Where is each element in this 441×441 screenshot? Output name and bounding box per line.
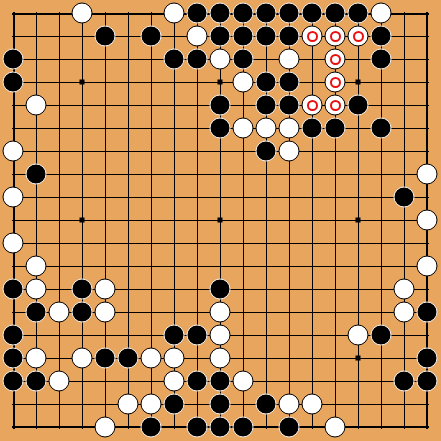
stone-black[interactable] xyxy=(279,95,300,116)
stone-black[interactable] xyxy=(141,26,162,47)
stone-white[interactable] xyxy=(417,256,438,277)
stone-white[interactable] xyxy=(49,371,70,392)
stone-black[interactable] xyxy=(210,26,231,47)
stone-white[interactable] xyxy=(26,95,47,116)
stone-white[interactable] xyxy=(394,279,415,300)
stone-white[interactable] xyxy=(210,325,231,346)
stone-white[interactable] xyxy=(233,72,254,93)
stone-black[interactable] xyxy=(233,26,254,47)
stone-black[interactable] xyxy=(72,302,93,323)
stone-white[interactable] xyxy=(279,394,300,415)
star-point xyxy=(356,218,361,223)
stone-black[interactable] xyxy=(26,164,47,185)
stone-white-circled[interactable] xyxy=(302,95,323,116)
stone-white[interactable] xyxy=(3,141,24,162)
stone-white[interactable] xyxy=(26,279,47,300)
stone-black[interactable] xyxy=(279,26,300,47)
star-point xyxy=(356,80,361,85)
stone-white[interactable] xyxy=(417,164,438,185)
stone-black[interactable] xyxy=(210,279,231,300)
red-circle-mark-icon xyxy=(330,31,341,42)
stone-white[interactable] xyxy=(233,118,254,139)
stone-black[interactable] xyxy=(417,348,438,369)
stone-black[interactable] xyxy=(3,72,24,93)
stone-white-circled[interactable] xyxy=(325,49,346,70)
red-circle-mark-icon xyxy=(330,54,341,65)
stone-black[interactable] xyxy=(187,325,208,346)
stone-black[interactable] xyxy=(187,49,208,70)
grid-line-vertical xyxy=(381,12,382,429)
stone-white[interactable] xyxy=(371,3,392,24)
stone-black[interactable] xyxy=(3,49,24,70)
stone-white-circled[interactable] xyxy=(325,26,346,47)
stone-black[interactable] xyxy=(348,3,369,24)
stone-white[interactable] xyxy=(233,371,254,392)
star-point xyxy=(218,80,223,85)
stone-white[interactable] xyxy=(279,49,300,70)
stone-white[interactable] xyxy=(187,26,208,47)
red-circle-mark-icon xyxy=(330,100,341,111)
stone-black[interactable] xyxy=(210,417,231,438)
stone-white-circled[interactable] xyxy=(325,95,346,116)
stone-black[interactable] xyxy=(302,118,323,139)
stone-white[interactable] xyxy=(279,141,300,162)
stone-white[interactable] xyxy=(95,279,116,300)
stone-black[interactable] xyxy=(348,95,369,116)
stone-white[interactable] xyxy=(26,348,47,369)
stone-white[interactable] xyxy=(210,302,231,323)
stone-black[interactable] xyxy=(26,371,47,392)
stone-black[interactable] xyxy=(3,279,24,300)
stone-black[interactable] xyxy=(141,417,162,438)
stone-black[interactable] xyxy=(394,371,415,392)
stone-white[interactable] xyxy=(26,256,47,277)
grid-line-horizontal xyxy=(12,243,429,244)
stone-black[interactable] xyxy=(417,371,438,392)
stone-black[interactable] xyxy=(164,325,185,346)
stone-white[interactable] xyxy=(3,233,24,254)
go-board[interactable] xyxy=(0,0,441,441)
stone-black[interactable] xyxy=(279,3,300,24)
stone-black[interactable] xyxy=(95,348,116,369)
red-circle-mark-icon xyxy=(307,31,318,42)
stone-black[interactable] xyxy=(325,118,346,139)
stone-white[interactable] xyxy=(49,302,70,323)
stone-black[interactable] xyxy=(187,371,208,392)
stone-black[interactable] xyxy=(95,26,116,47)
stone-white[interactable] xyxy=(141,348,162,369)
stone-black[interactable] xyxy=(256,3,277,24)
stone-white[interactable] xyxy=(164,3,185,24)
stone-black[interactable] xyxy=(371,325,392,346)
stone-black[interactable] xyxy=(187,417,208,438)
stone-black[interactable] xyxy=(233,417,254,438)
star-point xyxy=(80,80,85,85)
stone-black[interactable] xyxy=(3,325,24,346)
stone-black[interactable] xyxy=(164,394,185,415)
stone-white[interactable] xyxy=(417,210,438,231)
stone-black[interactable] xyxy=(3,371,24,392)
stone-black[interactable] xyxy=(210,3,231,24)
stone-black[interactable] xyxy=(26,302,47,323)
stone-black[interactable] xyxy=(187,3,208,24)
stone-black[interactable] xyxy=(210,371,231,392)
stone-white[interactable] xyxy=(72,3,93,24)
stone-black[interactable] xyxy=(210,95,231,116)
red-circle-mark-icon xyxy=(353,31,364,42)
stone-black[interactable] xyxy=(325,3,346,24)
stone-black[interactable] xyxy=(302,3,323,24)
stone-white-circled[interactable] xyxy=(302,26,323,47)
stone-black[interactable] xyxy=(371,49,392,70)
grid-line-horizontal xyxy=(12,266,429,267)
stone-black[interactable] xyxy=(256,95,277,116)
star-point xyxy=(218,218,223,223)
stone-black[interactable] xyxy=(256,72,277,93)
stone-black[interactable] xyxy=(256,26,277,47)
stone-white[interactable] xyxy=(210,49,231,70)
stone-white[interactable] xyxy=(72,348,93,369)
stone-white[interactable] xyxy=(348,325,369,346)
stone-black[interactable] xyxy=(279,72,300,93)
stone-white[interactable] xyxy=(256,118,277,139)
grid-line-vertical xyxy=(312,12,313,429)
stone-black[interactable] xyxy=(233,49,254,70)
stone-white-circled[interactable] xyxy=(325,72,346,93)
stone-white[interactable] xyxy=(3,187,24,208)
stone-white[interactable] xyxy=(325,417,346,438)
stone-black[interactable] xyxy=(164,49,185,70)
stone-white[interactable] xyxy=(302,394,323,415)
grid-line-vertical xyxy=(404,12,405,429)
stone-black[interactable] xyxy=(233,3,254,24)
stone-black[interactable] xyxy=(394,187,415,208)
red-circle-mark-icon xyxy=(330,77,341,88)
stone-white[interactable] xyxy=(95,417,116,438)
stone-white-circled[interactable] xyxy=(348,26,369,47)
stone-white[interactable] xyxy=(210,348,231,369)
stone-black[interactable] xyxy=(371,26,392,47)
stone-black[interactable] xyxy=(118,348,139,369)
stone-black[interactable] xyxy=(256,394,277,415)
go-diagram xyxy=(0,0,441,441)
stone-white[interactable] xyxy=(141,394,162,415)
red-circle-mark-icon xyxy=(307,100,318,111)
stone-black[interactable] xyxy=(3,348,24,369)
stone-white[interactable] xyxy=(164,371,185,392)
stone-white[interactable] xyxy=(394,302,415,323)
stone-black[interactable] xyxy=(417,302,438,323)
star-point xyxy=(80,218,85,223)
stone-black[interactable] xyxy=(72,279,93,300)
stone-black[interactable] xyxy=(210,394,231,415)
star-point xyxy=(356,356,361,361)
stone-white[interactable] xyxy=(118,394,139,415)
stone-black[interactable] xyxy=(279,417,300,438)
stone-black[interactable] xyxy=(256,141,277,162)
stone-white[interactable] xyxy=(279,118,300,139)
stone-black[interactable] xyxy=(210,118,231,139)
stone-white[interactable] xyxy=(95,302,116,323)
stone-white[interactable] xyxy=(164,348,185,369)
stone-black[interactable] xyxy=(371,118,392,139)
